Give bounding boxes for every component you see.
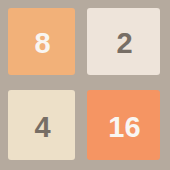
tile-8: 8: [8, 8, 75, 75]
tile-4-value: 4: [34, 113, 50, 142]
tile-4: 4: [8, 90, 75, 160]
tile-16: 16: [87, 90, 160, 160]
tile-2-value: 2: [116, 29, 132, 58]
tile-8-value: 8: [34, 29, 50, 58]
board-2048[interactable]: 8 2 4 16: [0, 0, 170, 170]
tile-2: 2: [87, 8, 160, 75]
tile-16-value: 16: [108, 113, 140, 142]
